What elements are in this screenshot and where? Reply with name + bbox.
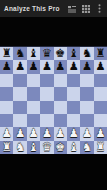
square-d3[interactable]: [40, 114, 53, 127]
black-pawn[interactable]: ♟: [42, 61, 52, 73]
square-a2[interactable]: ♟: [0, 127, 13, 140]
square-g2[interactable]: ♟: [80, 127, 93, 140]
white-pawn[interactable]: ♟: [2, 128, 12, 140]
black-bishop[interactable]: ♝: [28, 47, 38, 59]
chess-board: ♜♞♝♛♚♝♞♜♟♟♟♟♟♟♟♟♟♟♟♟♟♟♟♟♜♞♝♛♚♝♞♜: [0, 46, 107, 154]
white-rook[interactable]: ♜: [2, 141, 12, 153]
white-knight[interactable]: ♞: [15, 141, 25, 153]
square-b6[interactable]: [13, 74, 26, 87]
white-pawn[interactable]: ♟: [95, 128, 105, 140]
overflow-menu-icon[interactable]: [95, 4, 104, 13]
black-king[interactable]: ♚: [55, 47, 65, 59]
square-a1[interactable]: ♜: [0, 141, 13, 154]
square-b8[interactable]: ♞: [13, 47, 26, 60]
square-g1[interactable]: ♞: [80, 141, 93, 154]
white-knight[interactable]: ♞: [82, 141, 92, 153]
square-g5[interactable]: [80, 87, 93, 100]
square-d1[interactable]: ♛: [40, 141, 53, 154]
square-e5[interactable]: [54, 87, 67, 100]
square-d8[interactable]: ♛: [40, 47, 53, 60]
white-bishop[interactable]: ♝: [28, 141, 38, 153]
black-knight[interactable]: ♞: [82, 47, 92, 59]
square-e1[interactable]: ♚: [54, 141, 67, 154]
square-g4[interactable]: [80, 101, 93, 114]
square-f5[interactable]: [67, 87, 80, 100]
white-rook[interactable]: ♜: [95, 141, 105, 153]
square-e2[interactable]: ♟: [54, 127, 67, 140]
square-a7[interactable]: ♟: [0, 60, 13, 73]
square-e4[interactable]: [54, 101, 67, 114]
black-pawn[interactable]: ♟: [82, 61, 92, 73]
white-pawn[interactable]: ♟: [82, 128, 92, 140]
square-d6[interactable]: [40, 74, 53, 87]
black-pawn[interactable]: ♟: [55, 61, 65, 73]
square-h7[interactable]: ♟: [94, 60, 107, 73]
square-d2[interactable]: ♟: [40, 127, 53, 140]
square-a3[interactable]: [0, 114, 13, 127]
square-c2[interactable]: ♟: [27, 127, 40, 140]
black-pawn[interactable]: ♟: [28, 61, 38, 73]
square-f3[interactable]: [67, 114, 80, 127]
square-c5[interactable]: [27, 87, 40, 100]
black-pawn[interactable]: ♟: [15, 61, 25, 73]
square-b4[interactable]: [13, 101, 26, 114]
app-title: Analyze This Pro: [4, 5, 67, 12]
square-e7[interactable]: ♟: [54, 60, 67, 73]
square-g6[interactable]: [80, 74, 93, 87]
square-d5[interactable]: [40, 87, 53, 100]
black-knight[interactable]: ♞: [15, 47, 25, 59]
square-h8[interactable]: ♜: [94, 47, 107, 60]
square-g3[interactable]: [80, 114, 93, 127]
white-king[interactable]: ♚: [55, 141, 65, 153]
app-bar: Analyze This Pro: [0, 0, 107, 17]
square-a4[interactable]: [0, 101, 13, 114]
black-rook[interactable]: ♜: [2, 47, 12, 59]
square-f8[interactable]: ♝: [67, 47, 80, 60]
square-a6[interactable]: [0, 74, 13, 87]
square-e3[interactable]: [54, 114, 67, 127]
white-pawn[interactable]: ♟: [15, 128, 25, 140]
square-f2[interactable]: ♟: [67, 127, 80, 140]
black-pawn[interactable]: ♟: [95, 61, 105, 73]
square-h1[interactable]: ♜: [94, 141, 107, 154]
square-a5[interactable]: [0, 87, 13, 100]
square-e8[interactable]: ♚: [54, 47, 67, 60]
square-c6[interactable]: [27, 74, 40, 87]
white-pawn[interactable]: ♟: [68, 128, 78, 140]
white-pawn[interactable]: ♟: [55, 128, 65, 140]
board-grid-icon[interactable]: [81, 4, 90, 13]
black-bishop[interactable]: ♝: [68, 47, 78, 59]
white-bishop[interactable]: ♝: [68, 141, 78, 153]
white-pawn[interactable]: ♟: [28, 128, 38, 140]
square-a8[interactable]: ♜: [0, 47, 13, 60]
square-d4[interactable]: [40, 101, 53, 114]
square-c7[interactable]: ♟: [27, 60, 40, 73]
black-pawn[interactable]: ♟: [2, 61, 12, 73]
square-h4[interactable]: [94, 101, 107, 114]
square-c4[interactable]: [27, 101, 40, 114]
square-c8[interactable]: ♝: [27, 47, 40, 60]
square-b1[interactable]: ♞: [13, 141, 26, 154]
white-queen[interactable]: ♛: [42, 141, 52, 153]
square-g7[interactable]: ♟: [80, 60, 93, 73]
square-h2[interactable]: ♟: [94, 127, 107, 140]
square-f1[interactable]: ♝: [67, 141, 80, 154]
square-f7[interactable]: ♟: [67, 60, 80, 73]
app-bar-actions: [67, 4, 104, 13]
square-h3[interactable]: [94, 114, 107, 127]
square-f4[interactable]: [67, 101, 80, 114]
square-c3[interactable]: [27, 114, 40, 127]
square-b5[interactable]: [13, 87, 26, 100]
square-c1[interactable]: ♝: [27, 141, 40, 154]
black-pawn[interactable]: ♟: [68, 61, 78, 73]
square-b2[interactable]: ♟: [13, 127, 26, 140]
square-b3[interactable]: [13, 114, 26, 127]
square-f6[interactable]: [67, 74, 80, 87]
square-d7[interactable]: ♟: [40, 60, 53, 73]
black-queen[interactable]: ♛: [42, 47, 52, 59]
square-h5[interactable]: [94, 87, 107, 100]
black-rook[interactable]: ♜: [95, 47, 105, 59]
square-b7[interactable]: ♟: [13, 60, 26, 73]
move-list-icon[interactable]: [67, 4, 76, 13]
square-h6[interactable]: [94, 74, 107, 87]
top-gap: [0, 17, 107, 46]
square-g8[interactable]: ♞: [80, 47, 93, 60]
square-e6[interactable]: [54, 74, 67, 87]
white-pawn[interactable]: ♟: [42, 128, 52, 140]
bottom-panel: [0, 154, 107, 190]
